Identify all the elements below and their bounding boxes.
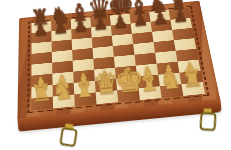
square-b1 [53,94,75,108]
clasp-loop-icon [59,127,77,147]
brass-clasp-right [200,108,215,129]
square-f1 [139,86,162,100]
chess-set-photo: ♜♞♝♛♚♝♞♜♟♟♟♟♟♟♟♟♟♟♟♟♟♟♟♟♜♞♝♛♚♝♞♜ [0,0,231,150]
square-d1 [96,90,119,104]
square-e1 [117,88,140,102]
square-g1 [160,84,183,98]
board-squares [31,8,205,110]
board-tilt-group: ♜♞♝♛♚♝♞♜♟♟♟♟♟♟♟♟♟♟♟♟♟♟♟♟♜♞♝♛♚♝♞♜ [2,0,228,150]
square-a1 [31,97,53,111]
brass-clasp-left [60,123,77,145]
square-h1 [181,82,205,96]
square-c1 [74,92,96,106]
clasp-loop-icon [199,112,216,131]
